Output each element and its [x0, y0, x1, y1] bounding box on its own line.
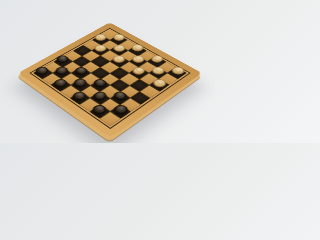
- black-checker[interactable]: ⛂: [71, 77, 88, 88]
- piece-glyph: ⛀: [113, 34, 124, 40]
- piece-glyph: ⛀: [113, 55, 124, 62]
- piece-glyph: ⛂: [57, 55, 68, 62]
- piece-glyph: ⛀: [113, 44, 124, 51]
- piece-glyph: ⛀: [131, 44, 142, 51]
- white-checker[interactable]: ⛀: [111, 54, 127, 64]
- square-h8[interactable]: ⛀: [168, 67, 186, 78]
- black-checker[interactable]: ⛂: [33, 65, 50, 75]
- square-c3[interactable]: ⛂: [72, 67, 90, 78]
- white-checker[interactable]: ⛀: [169, 65, 186, 75]
- square-e7[interactable]: ⛀: [129, 56, 146, 66]
- piece-glyph: ⛀: [151, 55, 162, 62]
- piece-glyph: ⛂: [93, 105, 106, 113]
- piece-glyph: ⛂: [54, 79, 66, 87]
- square-h2[interactable]: ⛂: [110, 105, 129, 118]
- piece-glyph: ⛀: [132, 55, 143, 62]
- photo-scene: ⛀⛀⛀⛀⛀⛀⛀⛀⛀⛀⛀⛀⛂⛂⛂⛂⛂⛂⛂⛂⛂⛂⛂⛂: [0, 0, 215, 143]
- square-d5: [101, 61, 119, 72]
- piece-glyph: ⛂: [94, 79, 106, 87]
- square-d8[interactable]: ⛀: [128, 45, 145, 55]
- board-grid: ⛀⛀⛀⛀⛀⛀⛀⛀⛀⛀⛀⛀⛂⛂⛂⛂⛂⛂⛂⛂⛂⛂⛂⛂: [33, 30, 186, 125]
- piece-glyph: ⛂: [93, 91, 105, 99]
- piece-glyph: ⛂: [114, 105, 127, 113]
- piece-glyph: ⛀: [153, 79, 165, 87]
- piece-glyph: ⛀: [171, 67, 183, 74]
- black-checker[interactable]: ⛂: [51, 77, 68, 88]
- playing-area: ⛀⛀⛀⛀⛀⛀⛀⛀⛀⛀⛀⛀⛂⛂⛂⛂⛂⛂⛂⛂⛂⛂⛂⛂: [29, 28, 190, 129]
- black-checker[interactable]: ⛂: [91, 77, 108, 88]
- checkers-board: ⛀⛀⛀⛀⛀⛀⛀⛀⛀⛀⛀⛀⛂⛂⛂⛂⛂⛂⛂⛂⛂⛂⛂⛂: [18, 22, 202, 137]
- piece-glyph: ⛀: [95, 34, 106, 40]
- piece-glyph: ⛂: [55, 67, 67, 74]
- piece-glyph: ⛂: [73, 91, 85, 99]
- piece-glyph: ⛂: [114, 91, 126, 99]
- piece-glyph: ⛀: [133, 67, 145, 74]
- piece-glyph: ⛂: [36, 67, 48, 74]
- piece-glyph: ⛀: [95, 44, 106, 51]
- square-e1[interactable]: ⛂: [70, 92, 89, 104]
- piece-glyph: ⛂: [74, 79, 86, 87]
- piece-glyph: ⛂: [75, 67, 87, 74]
- piece-glyph: ⛀: [152, 67, 164, 74]
